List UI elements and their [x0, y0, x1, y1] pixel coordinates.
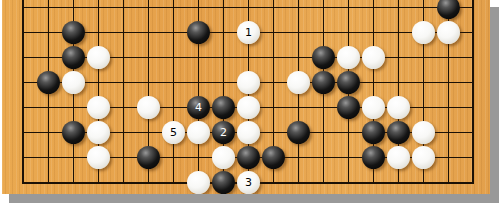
- stone-black[interactable]: 2: [212, 121, 235, 144]
- grid-hline: [22, 7, 474, 8]
- stone-white[interactable]: [237, 71, 260, 94]
- stone-white[interactable]: 5: [162, 121, 185, 144]
- stone-white[interactable]: [237, 121, 260, 144]
- stone-black[interactable]: [62, 46, 85, 69]
- stone-white[interactable]: [87, 96, 110, 119]
- go-board[interactable]: 14523: [2, 0, 490, 194]
- stone-white[interactable]: [87, 146, 110, 169]
- stone-white[interactable]: [362, 46, 385, 69]
- stone-black[interactable]: [137, 146, 160, 169]
- stone-black[interactable]: [62, 121, 85, 144]
- stone-white[interactable]: [287, 71, 310, 94]
- stone-black[interactable]: 4: [187, 96, 210, 119]
- move-number-label: 4: [195, 102, 202, 113]
- stone-white[interactable]: [412, 121, 435, 144]
- stone-white[interactable]: [237, 96, 260, 119]
- stone-white[interactable]: [62, 71, 85, 94]
- stone-black[interactable]: [62, 21, 85, 44]
- stone-black[interactable]: [312, 46, 335, 69]
- stone-black[interactable]: [437, 0, 460, 19]
- stone-black[interactable]: [187, 21, 210, 44]
- stone-black[interactable]: [362, 121, 385, 144]
- stone-black[interactable]: [37, 71, 60, 94]
- move-number-label: 1: [245, 27, 252, 38]
- stone-black[interactable]: [387, 121, 410, 144]
- stone-white[interactable]: [437, 21, 460, 44]
- stone-black[interactable]: [237, 146, 260, 169]
- move-number-label: 5: [170, 127, 177, 138]
- stone-black[interactable]: [287, 121, 310, 144]
- stone-black[interactable]: [337, 96, 360, 119]
- stone-white[interactable]: [362, 96, 385, 119]
- stone-white[interactable]: [137, 96, 160, 119]
- stone-white[interactable]: [87, 121, 110, 144]
- stone-white[interactable]: [87, 46, 110, 69]
- stone-white[interactable]: [387, 96, 410, 119]
- stone-white[interactable]: [187, 171, 210, 194]
- stone-white[interactable]: [337, 46, 360, 69]
- stone-white[interactable]: 3: [237, 171, 260, 194]
- stone-black[interactable]: [337, 71, 360, 94]
- stone-white[interactable]: [212, 146, 235, 169]
- go-board-diagram: 14523: [0, 0, 500, 210]
- stone-white[interactable]: [412, 146, 435, 169]
- stone-white[interactable]: [387, 146, 410, 169]
- stone-white[interactable]: [412, 21, 435, 44]
- stone-black[interactable]: [312, 71, 335, 94]
- move-number-label: 3: [245, 177, 252, 188]
- move-number-label: 2: [220, 127, 227, 138]
- stone-black[interactable]: [212, 96, 235, 119]
- stone-white[interactable]: 1: [237, 21, 260, 44]
- stone-black[interactable]: [362, 146, 385, 169]
- stone-white[interactable]: [187, 121, 210, 144]
- stone-black[interactable]: [212, 171, 235, 194]
- stone-black[interactable]: [262, 146, 285, 169]
